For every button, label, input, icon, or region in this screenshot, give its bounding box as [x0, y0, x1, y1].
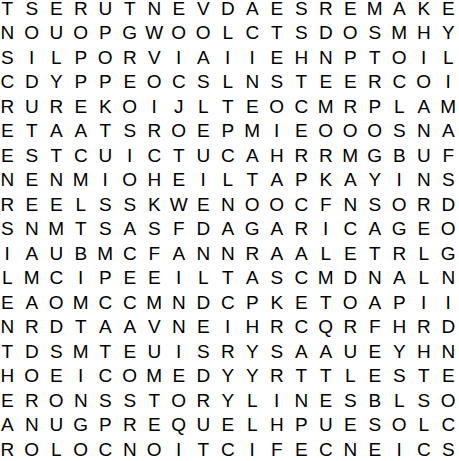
grid-cell[interactable]: A — [93, 315, 118, 340]
grid-cell[interactable]: O — [167, 119, 192, 144]
grid-cell[interactable]: R — [191, 388, 216, 413]
grid-cell[interactable]: R — [289, 143, 314, 168]
grid-cell[interactable]: N — [216, 241, 241, 266]
grid-cell[interactable]: Y — [240, 339, 265, 364]
grid-cell[interactable]: H — [142, 168, 167, 193]
grid-cell[interactable]: E — [69, 94, 94, 119]
grid-cell[interactable]: P — [338, 45, 363, 70]
grid-cell[interactable]: H — [0, 364, 20, 389]
grid-cell[interactable]: A — [20, 241, 45, 266]
grid-cell[interactable]: P — [93, 21, 118, 46]
grid-cell[interactable]: E — [118, 339, 143, 364]
grid-cell[interactable]: M — [314, 266, 339, 291]
grid-cell[interactable]: I — [167, 437, 192, 461]
grid-cell[interactable]: I — [167, 339, 192, 364]
grid-cell[interactable]: M — [436, 94, 459, 119]
grid-cell[interactable]: R — [20, 388, 45, 413]
grid-cell[interactable]: T — [289, 70, 314, 95]
grid-cell[interactable]: P — [240, 290, 265, 315]
grid-cell[interactable]: S — [191, 339, 216, 364]
grid-cell[interactable]: E — [44, 0, 69, 21]
grid-cell[interactable]: S — [387, 364, 412, 389]
grid-cell[interactable]: E — [289, 437, 314, 461]
grid-cell[interactable]: E — [240, 94, 265, 119]
grid-cell[interactable]: S — [387, 119, 412, 144]
grid-cell[interactable]: P — [93, 70, 118, 95]
grid-cell[interactable]: M — [363, 0, 388, 21]
grid-cell[interactable]: E — [142, 266, 167, 291]
grid-cell[interactable]: O — [338, 21, 363, 46]
grid-cell[interactable]: H — [265, 413, 290, 438]
grid-cell[interactable]: H — [240, 315, 265, 340]
grid-cell[interactable]: I — [93, 168, 118, 193]
grid-cell[interactable]: U — [191, 143, 216, 168]
grid-cell[interactable]: D — [20, 70, 45, 95]
grid-cell[interactable]: A — [44, 119, 69, 144]
grid-cell[interactable]: O — [44, 388, 69, 413]
grid-cell[interactable]: L — [191, 94, 216, 119]
grid-cell[interactable]: R — [69, 0, 94, 21]
grid-cell[interactable]: S — [118, 388, 143, 413]
grid-cell[interactable]: E — [0, 388, 20, 413]
grid-cell[interactable]: O — [240, 192, 265, 217]
grid-cell[interactable]: T — [412, 364, 437, 389]
grid-cell[interactable]: E — [289, 290, 314, 315]
grid-cell[interactable]: G — [118, 21, 143, 46]
grid-cell[interactable]: C — [338, 217, 363, 242]
grid-cell[interactable]: S — [289, 0, 314, 21]
grid-cell[interactable]: S — [0, 45, 20, 70]
grid-cell[interactable]: T — [93, 339, 118, 364]
grid-cell[interactable]: N — [0, 315, 20, 340]
grid-cell[interactable]: O — [265, 192, 290, 217]
grid-cell[interactable]: O — [436, 217, 459, 242]
grid-cell[interactable]: E — [363, 339, 388, 364]
grid-cell[interactable]: A — [265, 241, 290, 266]
grid-cell[interactable]: A — [289, 241, 314, 266]
grid-cell[interactable]: D — [20, 339, 45, 364]
grid-cell[interactable]: I — [314, 217, 339, 242]
grid-cell[interactable]: L — [387, 94, 412, 119]
grid-cell[interactable]: N — [44, 168, 69, 193]
grid-cell[interactable]: V — [191, 0, 216, 21]
grid-cell[interactable]: Y — [44, 70, 69, 95]
grid-cell[interactable]: U — [93, 0, 118, 21]
grid-cell[interactable]: I — [265, 119, 290, 144]
grid-cell[interactable]: S — [93, 192, 118, 217]
grid-cell[interactable]: P — [387, 290, 412, 315]
grid-cell[interactable]: C — [167, 70, 192, 95]
grid-cell[interactable]: O — [314, 119, 339, 144]
grid-cell[interactable]: R — [387, 241, 412, 266]
grid-cell[interactable]: T — [167, 143, 192, 168]
grid-cell[interactable]: N — [363, 266, 388, 291]
grid-cell[interactable]: I — [240, 437, 265, 461]
grid-cell[interactable]: A — [118, 315, 143, 340]
grid-cell[interactable]: S — [363, 413, 388, 438]
grid-cell[interactable]: A — [265, 217, 290, 242]
grid-cell[interactable]: Y — [216, 388, 241, 413]
grid-cell[interactable]: D — [44, 315, 69, 340]
grid-cell[interactable]: R — [142, 119, 167, 144]
grid-cell[interactable]: O — [412, 70, 437, 95]
grid-cell[interactable]: T — [142, 388, 167, 413]
grid-cell[interactable]: I — [20, 45, 45, 70]
grid-cell[interactable]: N — [167, 290, 192, 315]
grid-cell[interactable]: H — [412, 21, 437, 46]
grid-cell[interactable]: R — [0, 437, 20, 461]
grid-cell[interactable]: T — [0, 0, 20, 21]
grid-cell[interactable]: A — [265, 168, 290, 193]
grid-cell[interactable]: P — [69, 70, 94, 95]
grid-cell[interactable]: P — [216, 119, 241, 144]
grid-cell[interactable]: U — [44, 413, 69, 438]
grid-cell[interactable]: M — [142, 364, 167, 389]
grid-cell[interactable]: R — [289, 217, 314, 242]
grid-cell[interactable]: O — [265, 94, 290, 119]
grid-cell[interactable]: A — [240, 0, 265, 21]
grid-cell[interactable]: S — [265, 339, 290, 364]
grid-cell[interactable]: B — [387, 143, 412, 168]
grid-cell[interactable]: C — [314, 437, 339, 461]
grid-cell[interactable]: I — [69, 266, 94, 291]
grid-cell[interactable]: I — [191, 168, 216, 193]
grid-cell[interactable]: D — [436, 315, 459, 340]
grid-cell[interactable]: M — [387, 21, 412, 46]
grid-cell[interactable]: O — [142, 70, 167, 95]
grid-cell[interactable]: S — [191, 70, 216, 95]
grid-cell[interactable]: E — [338, 413, 363, 438]
grid-cell[interactable]: T — [265, 21, 290, 46]
grid-cell[interactable]: S — [142, 217, 167, 242]
grid-cell[interactable]: L — [387, 388, 412, 413]
grid-cell[interactable]: R — [20, 315, 45, 340]
grid-cell[interactable]: A — [240, 143, 265, 168]
grid-cell[interactable]: O — [436, 388, 459, 413]
grid-cell[interactable]: E — [191, 119, 216, 144]
grid-cell[interactable]: H — [387, 315, 412, 340]
grid-cell[interactable]: U — [412, 143, 437, 168]
grid-cell[interactable]: I — [167, 45, 192, 70]
grid-cell[interactable]: E — [44, 192, 69, 217]
grid-cell[interactable]: N — [240, 70, 265, 95]
grid-cell[interactable]: D — [216, 0, 241, 21]
grid-cell[interactable]: R — [240, 241, 265, 266]
grid-cell[interactable]: A — [363, 217, 388, 242]
grid-cell[interactable]: N — [289, 388, 314, 413]
grid-cell[interactable]: I — [240, 45, 265, 70]
grid-cell[interactable]: R — [314, 0, 339, 21]
grid-cell[interactable]: O — [20, 21, 45, 46]
grid-cell[interactable]: C — [0, 70, 20, 95]
grid-cell[interactable]: L — [216, 21, 241, 46]
grid-cell[interactable]: O — [167, 21, 192, 46]
grid-cell[interactable]: O — [387, 413, 412, 438]
grid-cell[interactable]: I — [0, 241, 20, 266]
grid-cell[interactable]: E — [338, 70, 363, 95]
grid-cell[interactable]: O — [69, 437, 94, 461]
grid-cell[interactable]: S — [436, 437, 459, 461]
grid-cell[interactable]: S — [265, 266, 290, 291]
grid-cell[interactable]: C — [289, 192, 314, 217]
grid-cell[interactable]: M — [338, 143, 363, 168]
grid-cell[interactable]: L — [314, 241, 339, 266]
grid-cell[interactable]: N — [338, 437, 363, 461]
grid-cell[interactable]: P — [69, 45, 94, 70]
grid-cell[interactable]: O — [44, 290, 69, 315]
grid-cell[interactable]: O — [387, 45, 412, 70]
grid-cell[interactable]: I — [167, 266, 192, 291]
grid-cell[interactable]: T — [44, 143, 69, 168]
grid-cell[interactable]: N — [69, 388, 94, 413]
grid-cell[interactable]: O — [118, 168, 143, 193]
grid-cell[interactable]: R — [216, 339, 241, 364]
grid-cell[interactable]: Y — [216, 364, 241, 389]
grid-cell[interactable]: E — [436, 364, 459, 389]
grid-cell[interactable]: S — [0, 217, 20, 242]
grid-cell[interactable]: T — [363, 45, 388, 70]
grid-cell[interactable]: E — [142, 413, 167, 438]
grid-cell[interactable]: D — [338, 266, 363, 291]
grid-cell[interactable]: N — [191, 241, 216, 266]
grid-cell[interactable]: M — [69, 168, 94, 193]
grid-cell[interactable]: F — [314, 192, 339, 217]
grid-cell[interactable]: R — [118, 413, 143, 438]
grid-cell[interactable]: R — [412, 315, 437, 340]
grid-cell[interactable]: R — [118, 45, 143, 70]
grid-cell[interactable]: S — [20, 0, 45, 21]
grid-cell[interactable]: N — [20, 217, 45, 242]
grid-cell[interactable]: O — [118, 94, 143, 119]
grid-cell[interactable]: J — [167, 94, 192, 119]
grid-cell[interactable]: D — [191, 364, 216, 389]
grid-cell[interactable]: F — [265, 437, 290, 461]
grid-cell[interactable]: T — [191, 437, 216, 461]
grid-cell[interactable]: M — [314, 94, 339, 119]
grid-cell[interactable]: N — [20, 413, 45, 438]
grid-cell[interactable]: P — [289, 168, 314, 193]
grid-cell[interactable]: L — [216, 70, 241, 95]
grid-cell[interactable]: E — [289, 119, 314, 144]
grid-cell[interactable]: I — [118, 143, 143, 168]
grid-cell[interactable]: V — [142, 45, 167, 70]
grid-cell[interactable]: N — [0, 168, 20, 193]
grid-cell[interactable]: S — [412, 388, 437, 413]
grid-cell[interactable]: K — [142, 192, 167, 217]
grid-cell[interactable]: T — [118, 0, 143, 21]
grid-cell[interactable]: S — [118, 119, 143, 144]
grid-cell[interactable]: N — [412, 168, 437, 193]
grid-cell[interactable]: D — [314, 21, 339, 46]
grid-cell[interactable]: K — [265, 290, 290, 315]
grid-cell[interactable]: E — [167, 0, 192, 21]
grid-cell[interactable]: C — [118, 241, 143, 266]
grid-cell[interactable]: B — [363, 388, 388, 413]
grid-cell[interactable]: K — [93, 94, 118, 119]
grid-cell[interactable]: G — [69, 413, 94, 438]
grid-cell[interactable]: E — [363, 364, 388, 389]
grid-cell[interactable]: O — [142, 437, 167, 461]
grid-cell[interactable]: C — [93, 290, 118, 315]
grid-cell[interactable]: N — [167, 315, 192, 340]
grid-cell[interactable]: A — [436, 119, 459, 144]
grid-cell[interactable]: L — [412, 266, 437, 291]
grid-cell[interactable]: R — [265, 364, 290, 389]
grid-cell[interactable]: O — [338, 119, 363, 144]
grid-cell[interactable]: T — [20, 119, 45, 144]
grid-cell[interactable]: R — [44, 94, 69, 119]
grid-cell[interactable]: I — [436, 290, 459, 315]
grid-cell[interactable]: E — [265, 45, 290, 70]
grid-cell[interactable]: E — [436, 0, 459, 21]
grid-cell[interactable]: U — [314, 413, 339, 438]
grid-cell[interactable]: I — [265, 388, 290, 413]
grid-cell[interactable]: O — [20, 437, 45, 461]
grid-cell[interactable]: R — [412, 192, 437, 217]
grid-cell[interactable]: M — [69, 339, 94, 364]
grid-cell[interactable]: O — [191, 21, 216, 46]
grid-cell[interactable]: L — [240, 413, 265, 438]
grid-cell[interactable]: D — [436, 192, 459, 217]
grid-cell[interactable]: M — [44, 217, 69, 242]
grid-cell[interactable]: G — [240, 217, 265, 242]
grid-cell[interactable]: T — [93, 119, 118, 144]
grid-cell[interactable]: M — [69, 290, 94, 315]
grid-cell[interactable]: N — [142, 0, 167, 21]
grid-cell[interactable]: F — [436, 143, 459, 168]
grid-cell[interactable]: P — [289, 413, 314, 438]
grid-cell[interactable]: G — [387, 217, 412, 242]
grid-cell[interactable]: E — [191, 315, 216, 340]
grid-cell[interactable]: O — [20, 364, 45, 389]
grid-cell[interactable]: M — [240, 119, 265, 144]
grid-cell[interactable]: L — [191, 266, 216, 291]
grid-cell[interactable]: P — [363, 94, 388, 119]
grid-cell[interactable]: G — [436, 241, 459, 266]
grid-cell[interactable]: L — [44, 45, 69, 70]
grid-cell[interactable]: H — [289, 45, 314, 70]
grid-cell[interactable]: C — [216, 143, 241, 168]
grid-cell[interactable]: N — [216, 192, 241, 217]
grid-cell[interactable]: W — [167, 192, 192, 217]
grid-cell[interactable]: H — [265, 143, 290, 168]
grid-cell[interactable]: C — [118, 290, 143, 315]
grid-cell[interactable]: A — [20, 290, 45, 315]
grid-cell[interactable]: U — [338, 339, 363, 364]
grid-cell[interactable]: N — [436, 339, 459, 364]
grid-cell[interactable]: R — [0, 94, 20, 119]
grid-cell[interactable]: A — [0, 413, 20, 438]
grid-cell[interactable]: O — [167, 388, 192, 413]
grid-cell[interactable]: U — [191, 413, 216, 438]
grid-cell[interactable]: A — [240, 266, 265, 291]
grid-cell[interactable]: E — [0, 290, 20, 315]
grid-cell[interactable]: R — [314, 143, 339, 168]
grid-cell[interactable]: E — [314, 70, 339, 95]
grid-cell[interactable]: Y — [240, 364, 265, 389]
grid-cell[interactable]: Q — [314, 315, 339, 340]
grid-cell[interactable]: U — [93, 143, 118, 168]
grid-cell[interactable]: E — [44, 364, 69, 389]
grid-cell[interactable]: N — [412, 119, 437, 144]
grid-cell[interactable]: A — [412, 94, 437, 119]
grid-cell[interactable]: S — [363, 192, 388, 217]
grid-cell[interactable]: L — [436, 45, 459, 70]
grid-cell[interactable]: V — [142, 315, 167, 340]
grid-cell[interactable]: D — [191, 217, 216, 242]
grid-cell[interactable]: P — [93, 266, 118, 291]
grid-cell[interactable]: T — [314, 290, 339, 315]
grid-cell[interactable]: S — [93, 217, 118, 242]
grid-cell[interactable]: L — [412, 241, 437, 266]
grid-cell[interactable]: E — [363, 437, 388, 461]
grid-cell[interactable]: T — [314, 364, 339, 389]
grid-cell[interactable]: A — [69, 119, 94, 144]
grid-cell[interactable]: T — [240, 168, 265, 193]
grid-cell[interactable]: C — [44, 266, 69, 291]
grid-cell[interactable]: M — [93, 241, 118, 266]
grid-cell[interactable]: T — [216, 94, 241, 119]
grid-cell[interactable]: I — [436, 70, 459, 95]
grid-cell[interactable]: A — [387, 266, 412, 291]
grid-cell[interactable]: A — [118, 217, 143, 242]
grid-cell[interactable]: E — [118, 70, 143, 95]
grid-cell[interactable]: E — [338, 241, 363, 266]
grid-cell[interactable]: O — [363, 119, 388, 144]
grid-cell[interactable]: A — [191, 45, 216, 70]
grid-cell[interactable]: K — [412, 0, 437, 21]
grid-cell[interactable]: R — [338, 94, 363, 119]
grid-cell[interactable]: C — [142, 143, 167, 168]
grid-cell[interactable]: O — [338, 290, 363, 315]
grid-cell[interactable]: I — [412, 45, 437, 70]
grid-cell[interactable]: C — [93, 364, 118, 389]
grid-cell[interactable]: N — [0, 21, 20, 46]
grid-cell[interactable]: I — [412, 290, 437, 315]
grid-cell[interactable]: S — [44, 339, 69, 364]
grid-cell[interactable]: C — [387, 70, 412, 95]
grid-cell[interactable]: Y — [436, 21, 459, 46]
grid-cell[interactable]: T — [363, 241, 388, 266]
grid-cell[interactable]: C — [412, 437, 437, 461]
grid-cell[interactable]: E — [265, 0, 290, 21]
grid-cell[interactable]: E — [191, 192, 216, 217]
grid-cell[interactable]: E — [20, 168, 45, 193]
grid-cell[interactable]: L — [338, 364, 363, 389]
grid-cell[interactable]: I — [216, 315, 241, 340]
grid-cell[interactable]: P — [93, 413, 118, 438]
grid-cell[interactable]: E — [167, 364, 192, 389]
grid-cell[interactable]: L — [240, 388, 265, 413]
grid-cell[interactable]: O — [69, 21, 94, 46]
grid-cell[interactable]: C — [289, 94, 314, 119]
grid-cell[interactable]: M — [142, 290, 167, 315]
grid-cell[interactable]: A — [314, 339, 339, 364]
grid-cell[interactable]: S — [118, 192, 143, 217]
grid-cell[interactable]: A — [167, 241, 192, 266]
grid-cell[interactable]: F — [363, 315, 388, 340]
grid-cell[interactable]: C — [216, 290, 241, 315]
grid-cell[interactable]: R — [363, 70, 388, 95]
grid-cell[interactable]: A — [363, 290, 388, 315]
grid-cell[interactable]: E — [118, 266, 143, 291]
grid-cell[interactable]: I — [387, 168, 412, 193]
grid-cell[interactable]: L — [216, 168, 241, 193]
grid-cell[interactable]: E — [338, 0, 363, 21]
grid-cell[interactable]: H — [412, 339, 437, 364]
grid-cell[interactable]: S — [338, 388, 363, 413]
grid-cell[interactable]: N — [436, 266, 459, 291]
